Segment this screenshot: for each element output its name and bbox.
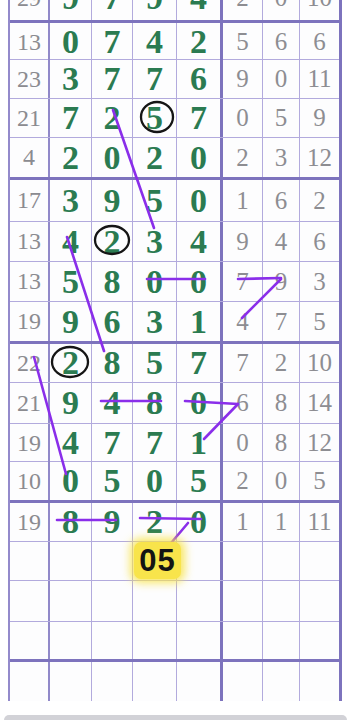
stat-cell-r13c5: 1 (223, 503, 263, 541)
chart-row-5: 173950162 (10, 177, 339, 221)
stat-cell-r13c6: 1 (263, 503, 300, 541)
chart-row-17 (10, 659, 339, 701)
trend-chart-board: 2997942010130742566233776901121725705942… (8, 0, 342, 701)
digit-cell-r3c3: 5 (133, 99, 177, 137)
prediction-badge: 05 (134, 542, 181, 579)
stat-cell-r3c7: 9 (300, 99, 339, 137)
digit-cell-r4c1: 2 (50, 138, 92, 177)
sum-cell-r14c0 (10, 542, 50, 580)
digit-cell-r6c4: 4 (177, 222, 223, 261)
digit-cell-r10c4: 0 (177, 383, 223, 423)
chart-row-4: 420202312 (10, 137, 339, 177)
stat-cell-r4c5: 2 (223, 138, 263, 177)
sum-cell-r5c0: 17 (10, 180, 50, 221)
stat-cell-r6c7: 6 (300, 222, 339, 261)
digit-cell-r2c4: 6 (177, 60, 223, 98)
digit-cell-r8c2: 6 (92, 302, 133, 341)
digit-cell-r10c1: 9 (50, 383, 92, 423)
sum-cell-r4c0: 4 (10, 138, 50, 177)
sum-cell-r9c0: 22 (10, 344, 50, 382)
sum-cell-r16c0 (10, 622, 50, 659)
stat-cell-r9c5: 7 (223, 344, 263, 382)
chart-row-7: 135800793 (10, 261, 339, 301)
digit-cell-r7c1: 5 (50, 262, 92, 301)
sum-cell-r8c0: 19 (10, 302, 50, 341)
digit-cell-r16c1 (50, 622, 92, 659)
digit-cell-r3c1: 7 (50, 99, 92, 137)
stat-cell-r4c6: 3 (263, 138, 300, 177)
digit-cell-r9c2: 8 (92, 344, 133, 382)
digit-cell-r0c1: 9 (50, 0, 92, 20)
digit-cell-r13c3: 2 (133, 503, 177, 541)
digit-cell-r3c2: 2 (92, 99, 133, 137)
stat-cell-r3c6: 5 (263, 99, 300, 137)
stat-cell-r8c7: 5 (300, 302, 339, 341)
digit-cell-r10c3: 8 (133, 383, 177, 423)
chart-row-11: 1947710812 (10, 423, 339, 461)
digit-cell-r4c3: 2 (133, 138, 177, 177)
stat-cell-r13c7: 11 (300, 503, 339, 541)
digit-cell-r9c4: 7 (177, 344, 223, 382)
stat-cell-r1c7: 6 (300, 23, 339, 61)
digit-cell-r0c4: 4 (177, 0, 223, 20)
stat-cell-r11c6: 8 (263, 424, 300, 462)
digit-cell-r6c3: 3 (133, 222, 177, 261)
sum-cell-r0c0: 29 (10, 0, 50, 20)
stat-cell-r5c5: 1 (223, 180, 263, 221)
digit-cell-r15c3 (133, 581, 177, 621)
stat-cell-r3c5: 0 (223, 99, 263, 137)
stat-cell-r6c6: 4 (263, 222, 300, 261)
digit-cell-r14c1 (50, 542, 92, 580)
digit-cell-r16c4 (177, 622, 223, 659)
sum-cell-r10c0: 21 (10, 383, 50, 423)
sum-cell-r3c0: 21 (10, 99, 50, 137)
digit-cell-r11c4: 1 (177, 424, 223, 462)
chart-row-3: 217257059 (10, 98, 339, 137)
stat-cell-r15c7 (300, 581, 339, 621)
chart-row-9: 2228577210 (10, 341, 339, 382)
chart-row-6: 134234946 (10, 221, 339, 261)
digit-cell-r6c1: 4 (50, 222, 92, 261)
sum-cell-r11c0: 19 (10, 424, 50, 462)
digit-cell-r1c2: 7 (92, 23, 133, 61)
digit-cell-r11c1: 4 (50, 424, 92, 462)
digit-cell-r7c4: 0 (177, 262, 223, 301)
digit-cell-r8c3: 3 (133, 302, 177, 341)
sum-cell-r15c0 (10, 581, 50, 621)
stat-cell-r11c5: 0 (223, 424, 263, 462)
digit-cell-r1c3: 4 (133, 23, 177, 61)
digit-cell-r12c1: 0 (50, 462, 92, 500)
chart-row-10: 2194806814 (10, 382, 339, 423)
bottom-edge-strip (4, 715, 347, 720)
stat-cell-r2c5: 9 (223, 60, 263, 98)
stat-cell-r17c6 (263, 662, 300, 701)
digit-cell-r2c2: 7 (92, 60, 133, 98)
digit-cell-r16c3 (133, 622, 177, 659)
stat-cell-r12c7: 5 (300, 462, 339, 500)
digit-cell-r15c2 (92, 581, 133, 621)
stat-cell-r10c5: 6 (223, 383, 263, 423)
digit-cell-r10c2: 4 (92, 383, 133, 423)
digit-cell-r0c3: 9 (133, 0, 177, 20)
digit-cell-r15c4 (177, 581, 223, 621)
sum-cell-r7c0: 13 (10, 262, 50, 301)
stat-cell-r0c6: 0 (263, 0, 300, 20)
stat-cell-r2c7: 11 (300, 60, 339, 98)
stat-cell-r7c5: 7 (223, 262, 263, 301)
stat-cell-r9c7: 10 (300, 344, 339, 382)
digit-cell-r8c4: 1 (177, 302, 223, 341)
digit-cell-r17c4 (177, 662, 223, 701)
chart-row-12: 100505205 (10, 461, 339, 500)
chart-row-15 (10, 580, 339, 621)
stat-cell-r1c6: 6 (263, 23, 300, 61)
stat-cell-r7c7: 3 (300, 262, 339, 301)
chart-row-8: 199631475 (10, 301, 339, 341)
digit-cell-r17c3 (133, 662, 177, 701)
digit-cell-r2c3: 7 (133, 60, 177, 98)
chart-row-1: 130742566 (10, 20, 339, 59)
digit-cell-r7c2: 8 (92, 262, 133, 301)
digit-cell-r0c2: 7 (92, 0, 133, 20)
stat-cell-r10c7: 14 (300, 383, 339, 423)
digit-cell-r4c4: 0 (177, 138, 223, 177)
stat-cell-r14c5 (223, 542, 263, 580)
stat-cell-r15c6 (263, 581, 300, 621)
sum-cell-r12c0: 10 (10, 462, 50, 500)
digit-cell-r14c2 (92, 542, 133, 580)
sum-cell-r6c0: 13 (10, 222, 50, 261)
digit-cell-r17c2 (92, 662, 133, 701)
chart-row-16 (10, 621, 339, 659)
digit-cell-r16c2 (92, 622, 133, 659)
stat-cell-r10c6: 8 (263, 383, 300, 423)
stat-cell-r7c6: 9 (263, 262, 300, 301)
stat-cell-r16c6 (263, 622, 300, 659)
digit-cell-r5c1: 3 (50, 180, 92, 221)
stat-cell-r6c5: 9 (223, 222, 263, 261)
stat-cell-r5c6: 6 (263, 180, 300, 221)
stat-cell-r14c6 (263, 542, 300, 580)
digit-cell-r6c2: 2 (92, 222, 133, 261)
digit-cell-r9c1: 2 (50, 344, 92, 382)
stat-cell-r17c5 (223, 662, 263, 701)
digit-cell-r17c1 (50, 662, 92, 701)
digit-cell-r12c4: 5 (177, 462, 223, 500)
chart-row-0: 2997942010 (10, 0, 339, 20)
stat-cell-r17c7 (300, 662, 339, 701)
chart-row-2: 2337769011 (10, 59, 339, 98)
stat-cell-r8c6: 7 (263, 302, 300, 341)
digit-cell-r12c3: 0 (133, 462, 177, 500)
digit-cell-r5c4: 0 (177, 180, 223, 221)
sum-cell-r2c0: 23 (10, 60, 50, 98)
digit-cell-r13c1: 8 (50, 503, 92, 541)
digit-cell-r2c1: 3 (50, 60, 92, 98)
digit-cell-r9c3: 5 (133, 344, 177, 382)
stat-cell-r2c6: 0 (263, 60, 300, 98)
stat-cell-r11c7: 12 (300, 424, 339, 462)
prediction-badge-label: 05 (139, 543, 175, 579)
digit-cell-r1c4: 2 (177, 23, 223, 61)
stat-cell-r4c7: 12 (300, 138, 339, 177)
trend-grid: 2997942010130742566233776901121725705942… (10, 0, 339, 701)
stat-cell-r5c7: 2 (300, 180, 339, 221)
digit-cell-r5c2: 9 (92, 180, 133, 221)
sum-cell-r13c0: 19 (10, 503, 50, 541)
digit-cell-r13c2: 9 (92, 503, 133, 541)
stat-cell-r1c5: 5 (223, 23, 263, 61)
stat-cell-r8c5: 4 (223, 302, 263, 341)
digit-cell-r5c3: 5 (133, 180, 177, 221)
sum-cell-r17c0 (10, 662, 50, 701)
stat-cell-r9c6: 2 (263, 344, 300, 382)
stat-cell-r12c6: 0 (263, 462, 300, 500)
digit-cell-r12c2: 5 (92, 462, 133, 500)
digit-cell-r7c3: 0 (133, 262, 177, 301)
stat-cell-r0c5: 2 (223, 0, 263, 20)
sum-cell-r1c0: 13 (10, 23, 50, 61)
digit-cell-r3c4: 7 (177, 99, 223, 137)
digit-cell-r11c2: 7 (92, 424, 133, 462)
digit-cell-r1c1: 0 (50, 23, 92, 61)
stat-cell-r15c5 (223, 581, 263, 621)
digit-cell-r4c2: 0 (92, 138, 133, 177)
digit-cell-r11c3: 7 (133, 424, 177, 462)
stat-cell-r16c5 (223, 622, 263, 659)
digit-cell-r13c4: 0 (177, 503, 223, 541)
stat-cell-r12c5: 2 (223, 462, 263, 500)
digit-cell-r8c1: 9 (50, 302, 92, 341)
digit-cell-r15c1 (50, 581, 92, 621)
chart-row-13: 1989201111 (10, 500, 339, 541)
stat-cell-r0c7: 10 (300, 0, 339, 20)
stat-cell-r14c7 (300, 542, 339, 580)
digit-cell-r14c4 (177, 542, 223, 580)
stat-cell-r16c7 (300, 622, 339, 659)
